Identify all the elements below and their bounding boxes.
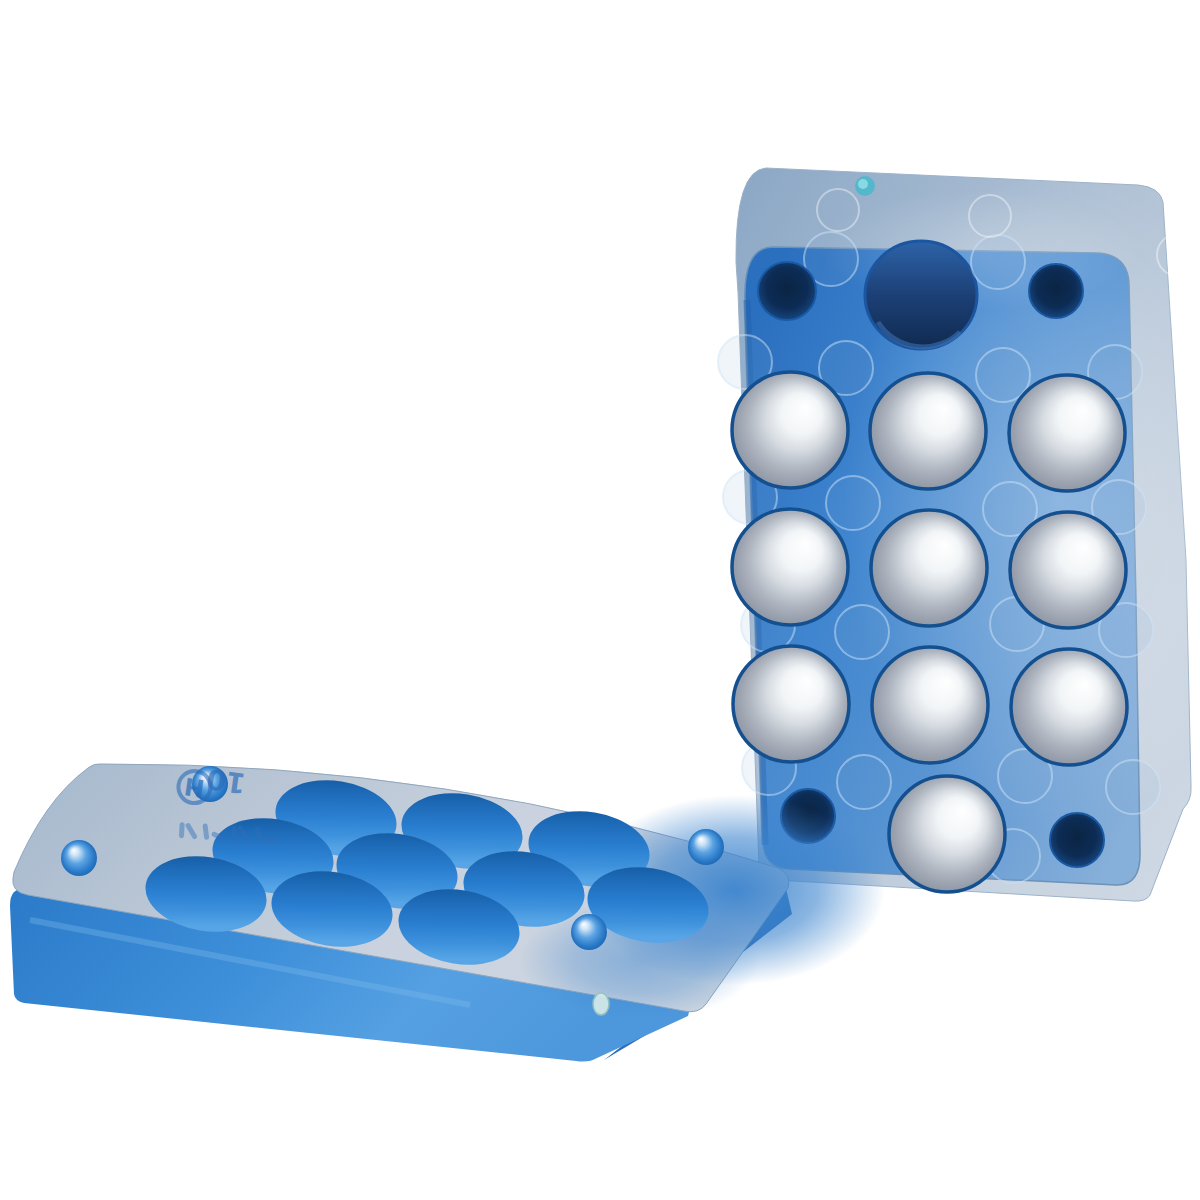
embossed-number: 10 bbox=[205, 762, 248, 800]
embossed-circle bbox=[837, 755, 891, 809]
standing-rack bbox=[718, 168, 1200, 901]
through-hole bbox=[732, 509, 848, 625]
through-hole bbox=[733, 646, 849, 762]
through-hole bbox=[1010, 512, 1126, 628]
stacking-peg bbox=[61, 840, 97, 876]
through-hole bbox=[872, 647, 988, 763]
mold-dot bbox=[855, 176, 875, 196]
embossed-circle bbox=[1106, 760, 1160, 814]
stacking-peg bbox=[571, 914, 607, 950]
through-hole bbox=[1011, 649, 1127, 765]
embossed-circle bbox=[835, 605, 889, 659]
flat-rack: H 10 bbox=[10, 758, 885, 1061]
through-hole bbox=[870, 373, 986, 489]
product-photo-scene: H 10 bbox=[0, 0, 1200, 1200]
clear-mold-dot bbox=[593, 993, 609, 1015]
stacking-hole bbox=[758, 262, 816, 320]
through-hole bbox=[889, 776, 1005, 892]
through-hole bbox=[871, 510, 987, 626]
big-top-hole bbox=[865, 241, 977, 349]
stacking-hole bbox=[1029, 264, 1083, 318]
photo-canvas: H 10 bbox=[0, 0, 1200, 1200]
embossed-logo-letter: H bbox=[183, 772, 207, 803]
embossed-circle bbox=[971, 235, 1025, 289]
embossed-circle bbox=[826, 476, 880, 530]
through-hole bbox=[1009, 375, 1125, 491]
through-hole bbox=[732, 372, 848, 488]
stacking-hole bbox=[1050, 813, 1104, 867]
stacking-peg bbox=[688, 829, 724, 865]
